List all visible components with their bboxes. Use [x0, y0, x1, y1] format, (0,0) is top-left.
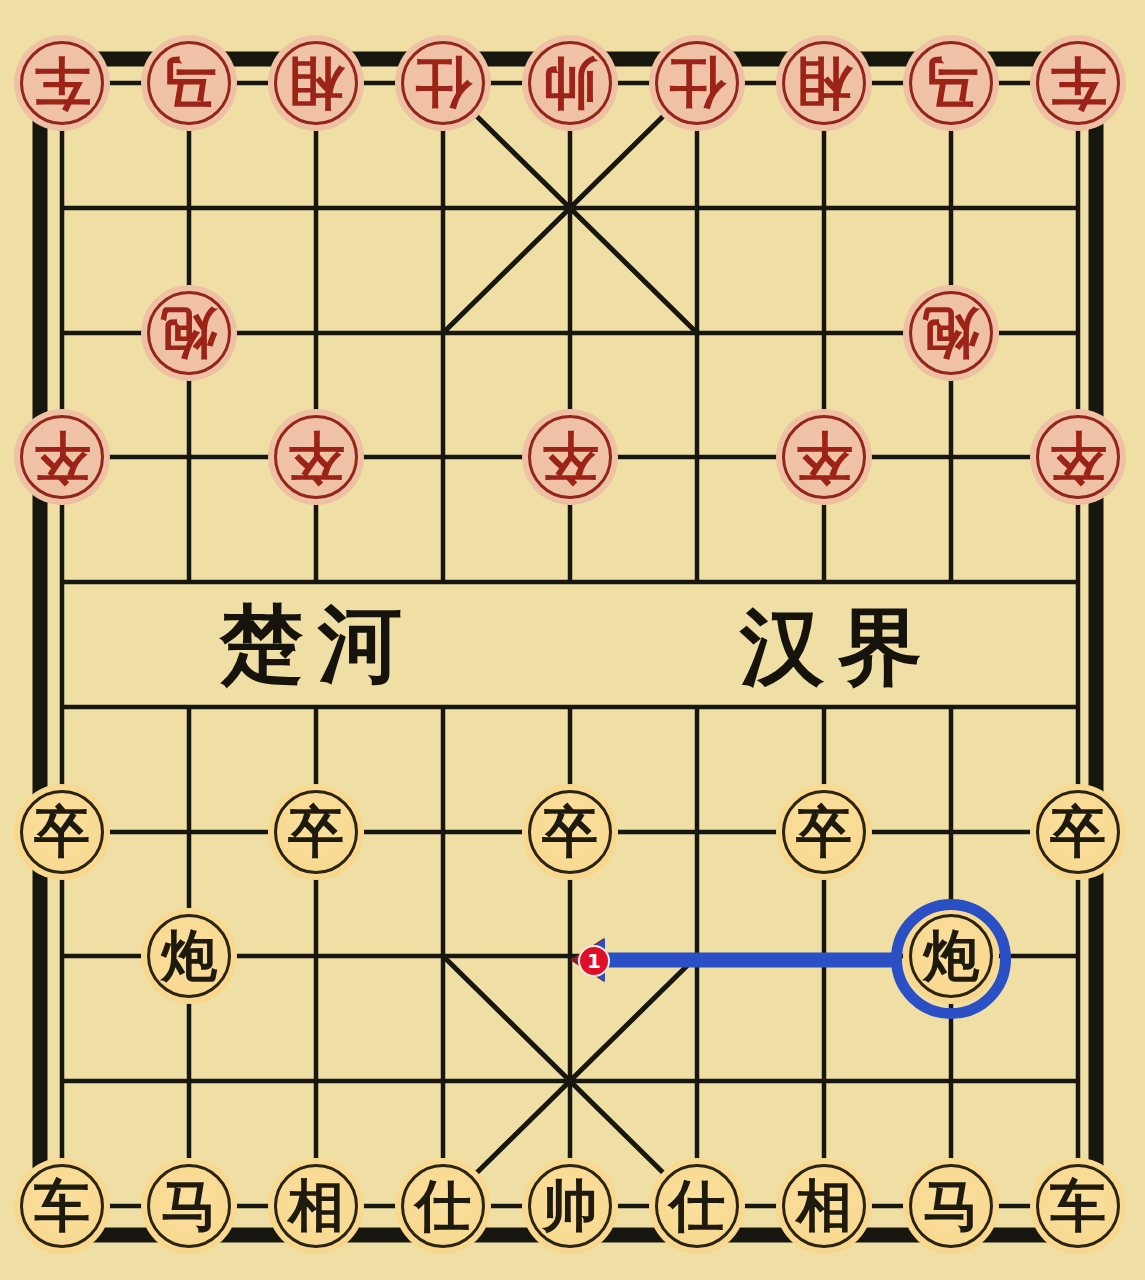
piece-glyph: 马 — [923, 55, 979, 111]
river-label-right: 汉界 — [740, 591, 936, 705]
piece-glyph: 卒 — [796, 429, 852, 485]
piece-north-r0c6[interactable]: 相 — [776, 35, 872, 131]
piece-north-r0c8[interactable]: 车 — [1030, 35, 1126, 131]
piece-glyph: 相 — [796, 1178, 852, 1234]
piece-north-r2c7[interactable]: 炮 — [903, 285, 999, 381]
piece-south-r6c0[interactable]: 卒 — [14, 784, 110, 880]
move-number-badge: 1 — [578, 945, 610, 977]
piece-glyph: 马 — [161, 55, 217, 111]
river-label-left: 楚河 — [220, 588, 416, 702]
piece-north-r0c7[interactable]: 马 — [903, 35, 999, 131]
piece-north-r3c2[interactable]: 卒 — [268, 409, 364, 505]
piece-glyph: 车 — [1050, 55, 1106, 111]
piece-south-r9c6[interactable]: 相 — [776, 1158, 872, 1254]
piece-north-r3c6[interactable]: 卒 — [776, 409, 872, 505]
piece-south-r9c0[interactable]: 车 — [14, 1158, 110, 1254]
piece-glyph: 卒 — [542, 804, 598, 860]
piece-glyph: 卒 — [34, 804, 90, 860]
piece-north-r2c1[interactable]: 炮 — [141, 285, 237, 381]
piece-glyph: 车 — [34, 1178, 90, 1234]
piece-glyph: 帅 — [542, 1178, 598, 1234]
piece-glyph: 相 — [288, 1178, 344, 1234]
piece-glyph: 卒 — [1050, 429, 1106, 485]
piece-glyph: 帅 — [542, 55, 598, 111]
piece-glyph: 炮 — [923, 305, 979, 361]
highlight-ring — [891, 899, 1011, 1019]
piece-south-r9c7[interactable]: 马 — [903, 1158, 999, 1254]
piece-glyph: 卒 — [1050, 804, 1106, 860]
piece-glyph: 马 — [923, 1178, 979, 1234]
piece-north-r0c0[interactable]: 车 — [14, 35, 110, 131]
piece-glyph: 卒 — [288, 429, 344, 485]
piece-south-r9c8[interactable]: 车 — [1030, 1158, 1126, 1254]
piece-glyph: 炮 — [161, 928, 217, 984]
piece-south-r6c2[interactable]: 卒 — [268, 784, 364, 880]
piece-glyph: 卒 — [542, 429, 598, 485]
piece-south-r6c6[interactable]: 卒 — [776, 784, 872, 880]
piece-glyph: 相 — [288, 55, 344, 111]
board-lines — [0, 0, 1145, 1280]
xiangqi-board: 楚河 汉界 车马相仕帅仕相马车炮炮卒卒卒卒卒卒卒卒卒卒炮炮车马相仕帅仕相马车 1 — [0, 0, 1145, 1280]
piece-glyph: 车 — [34, 55, 90, 111]
piece-south-r6c4[interactable]: 卒 — [522, 784, 618, 880]
piece-south-r6c8[interactable]: 卒 — [1030, 784, 1126, 880]
piece-glyph: 卒 — [288, 804, 344, 860]
piece-north-r0c1[interactable]: 马 — [141, 35, 237, 131]
piece-south-r7c1[interactable]: 炮 — [141, 908, 237, 1004]
piece-north-r0c5[interactable]: 仕 — [649, 35, 745, 131]
piece-north-r3c0[interactable]: 卒 — [14, 409, 110, 505]
piece-glyph: 仕 — [415, 55, 471, 111]
piece-glyph: 炮 — [161, 305, 217, 361]
piece-glyph: 车 — [1050, 1178, 1106, 1234]
piece-glyph: 卒 — [796, 804, 852, 860]
piece-south-r9c5[interactable]: 仕 — [649, 1158, 745, 1254]
piece-south-r9c3[interactable]: 仕 — [395, 1158, 491, 1254]
piece-south-r9c1[interactable]: 马 — [141, 1158, 237, 1254]
piece-north-r3c8[interactable]: 卒 — [1030, 409, 1126, 505]
piece-south-r9c2[interactable]: 相 — [268, 1158, 364, 1254]
piece-north-r0c2[interactable]: 相 — [268, 35, 364, 131]
piece-glyph: 仕 — [415, 1178, 471, 1234]
piece-north-r0c4[interactable]: 帅 — [522, 35, 618, 131]
piece-north-r0c3[interactable]: 仕 — [395, 35, 491, 131]
piece-glyph: 仕 — [669, 55, 725, 111]
piece-north-r3c4[interactable]: 卒 — [522, 409, 618, 505]
move-arrow-shaft — [596, 953, 895, 968]
piece-glyph: 仕 — [669, 1178, 725, 1234]
piece-glyph: 马 — [161, 1178, 217, 1234]
piece-glyph: 相 — [796, 55, 852, 111]
piece-south-r9c4[interactable]: 帅 — [522, 1158, 618, 1254]
piece-glyph: 卒 — [34, 429, 90, 485]
